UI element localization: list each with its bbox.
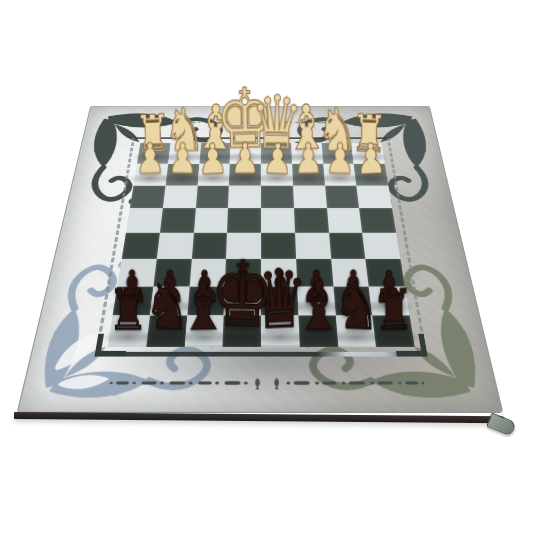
piece-white-pawn[interactable]: ♟ [355,139,386,180]
chess-board: ♜♞♝♚♛♝♞♜♟♟♟♟♟♟♟♟♟♟♟♟♟♟♟♟♜♞♝♚♛♝♞♜ [17,106,504,413]
square-h3[interactable] [130,185,166,208]
square-d4[interactable] [261,208,295,232]
square-h5[interactable] [122,233,160,259]
square-a4[interactable] [359,208,396,232]
piece-black-king[interactable]: ♚ [210,252,276,339]
square-c4[interactable] [294,208,329,232]
square-g3[interactable] [163,185,198,208]
chess-grid: ♜♞♝♚♛♝♞♜♟♟♟♟♟♟♟♟♟♟♟♟♟♟♟♟♜♞♝♚♛♝♞♜ [107,143,414,347]
piece-white-pawn[interactable]: ♟ [293,139,324,179]
square-g5[interactable] [157,233,194,259]
chessboard-scene: ♜♞♝♚♛♝♞♜♟♟♟♟♟♟♟♟♟♟♟♟♟♟♟♟♜♞♝♚♛♝♞♜ [57,29,463,435]
piece-white-pawn[interactable]: ♟ [325,139,356,179]
square-a3[interactable] [357,185,393,208]
square-e8[interactable]: ♚ [223,316,261,347]
photo-background: ♜♞♝♚♛♝♞♜♟♟♟♟♟♟♟♟♟♟♟♟♟♟♟♟♜♞♝♚♛♝♞♜ [0,0,533,533]
square-e4[interactable] [227,208,261,232]
piece-white-pawn[interactable]: ♟ [230,139,260,179]
square-f4[interactable] [193,208,228,232]
edge-tab [486,412,517,436]
square-g4[interactable] [160,208,196,232]
square-f3[interactable] [195,185,229,208]
square-b3[interactable] [325,185,360,208]
piece-black-bishop[interactable]: ♝ [294,274,343,338]
piece-white-pawn[interactable]: ♟ [167,139,198,179]
square-d3[interactable] [261,185,294,208]
square-h4[interactable] [126,208,163,232]
square-a8[interactable]: ♜ [373,316,415,347]
piece-black-rook[interactable]: ♜ [108,284,148,338]
square-b4[interactable] [327,208,363,232]
square-c8[interactable]: ♝ [298,316,338,347]
piece-white-pawn[interactable]: ♟ [197,139,228,180]
square-h8[interactable]: ♜ [107,316,149,347]
piece-white-pawn[interactable]: ♟ [262,139,293,180]
square-c3[interactable] [293,185,327,208]
square-e3[interactable] [228,185,261,208]
square-b5[interactable] [329,233,366,259]
border-motif-bottom [106,376,427,391]
piece-white-pawn[interactable]: ♟ [135,139,166,179]
frame-sparkle [316,352,415,357]
square-a5[interactable] [362,233,400,259]
piece-black-rook[interactable]: ♜ [373,284,414,338]
